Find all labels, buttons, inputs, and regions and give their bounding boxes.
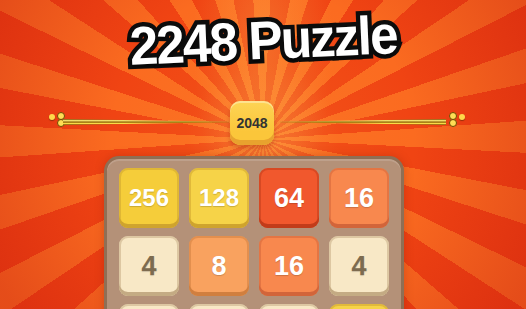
tile-64[interactable]: 64 — [259, 168, 319, 228]
tile-4[interactable]: 4 — [119, 304, 179, 309]
divider-line-right — [280, 119, 446, 125]
game-board: 256128641648164444128 — [104, 156, 404, 309]
tile-4[interactable]: 4 — [329, 236, 389, 296]
tile-128[interactable]: 128 — [189, 168, 249, 228]
divider-line-left — [63, 119, 229, 125]
tile-4[interactable]: 4 — [119, 236, 179, 296]
board-grid: 256128641648164444128 — [119, 168, 389, 309]
goal-badge: 2048 — [230, 101, 274, 145]
tile-4[interactable]: 4 — [189, 304, 249, 309]
tile-4[interactable]: 4 — [259, 304, 319, 309]
game-screen: 2248 Puzzle 2048 256128641648164444128 — [0, 0, 526, 309]
tile-16[interactable]: 16 — [259, 236, 319, 296]
game-title: 2248 Puzzle — [12, 0, 514, 82]
tile-16[interactable]: 16 — [329, 168, 389, 228]
tile-128[interactable]: 128 — [329, 304, 389, 309]
tile-256[interactable]: 256 — [119, 168, 179, 228]
tile-8[interactable]: 8 — [189, 236, 249, 296]
divider-ornament-right-icon — [448, 112, 462, 132]
